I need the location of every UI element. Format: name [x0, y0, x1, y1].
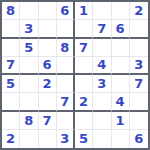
cell-r8c6[interactable] — [93, 130, 111, 148]
cell-r6c6[interactable] — [93, 93, 111, 111]
cell-r3c4[interactable]: 8 — [57, 39, 75, 57]
cell-r5c7[interactable] — [112, 75, 130, 93]
cell-r6c1[interactable] — [2, 93, 20, 111]
cell-r1c8[interactable]: 2 — [130, 2, 148, 20]
cell-r5c2[interactable] — [20, 75, 38, 93]
cell-r2c2[interactable]: 3 — [20, 20, 38, 38]
cell-r6c5[interactable]: 2 — [75, 93, 93, 111]
sudoku-board: 8612376587764352377248712356 — [0, 0, 150, 150]
cell-r4c2[interactable] — [20, 57, 38, 75]
cell-r4c1[interactable]: 7 — [2, 57, 20, 75]
cell-r3c7[interactable] — [112, 39, 130, 57]
cell-r6c3[interactable] — [39, 93, 57, 111]
cell-r3c3[interactable] — [39, 39, 57, 57]
cell-r1c2[interactable] — [20, 2, 38, 20]
cell-r7c4[interactable] — [57, 112, 75, 130]
cell-r4c4[interactable] — [57, 57, 75, 75]
cell-r1c6[interactable] — [93, 2, 111, 20]
cell-r4c3[interactable]: 6 — [39, 57, 57, 75]
cell-r1c3[interactable] — [39, 2, 57, 20]
cell-r8c1[interactable]: 2 — [2, 130, 20, 148]
cell-r7c3[interactable]: 7 — [39, 112, 57, 130]
cell-r3c8[interactable] — [130, 39, 148, 57]
cell-r2c8[interactable] — [130, 20, 148, 38]
cell-r8c7[interactable] — [112, 130, 130, 148]
cell-r4c7[interactable] — [112, 57, 130, 75]
cell-r2c5[interactable] — [75, 20, 93, 38]
cell-r5c5[interactable] — [75, 75, 93, 93]
cell-r5c1[interactable]: 5 — [2, 75, 20, 93]
cell-r7c8[interactable] — [130, 112, 148, 130]
cell-r2c1[interactable] — [2, 20, 20, 38]
cell-r6c2[interactable] — [20, 93, 38, 111]
cell-r8c8[interactable]: 6 — [130, 130, 148, 148]
cell-r1c7[interactable] — [112, 2, 130, 20]
cell-r7c1[interactable] — [2, 112, 20, 130]
cell-r6c7[interactable]: 4 — [112, 93, 130, 111]
cell-r7c2[interactable]: 8 — [20, 112, 38, 130]
cell-r8c2[interactable] — [20, 130, 38, 148]
cell-r5c8[interactable]: 7 — [130, 75, 148, 93]
cell-r5c3[interactable]: 2 — [39, 75, 57, 93]
cell-r8c3[interactable] — [39, 130, 57, 148]
cell-r7c5[interactable] — [75, 112, 93, 130]
cell-r5c4[interactable] — [57, 75, 75, 93]
cell-r4c5[interactable] — [75, 57, 93, 75]
cell-r2c3[interactable] — [39, 20, 57, 38]
cell-r3c6[interactable] — [93, 39, 111, 57]
cell-r4c6[interactable]: 4 — [93, 57, 111, 75]
cell-r3c5[interactable]: 7 — [75, 39, 93, 57]
cell-r3c2[interactable]: 5 — [20, 39, 38, 57]
cell-r6c8[interactable] — [130, 93, 148, 111]
cell-r8c4[interactable]: 3 — [57, 130, 75, 148]
cell-r5c6[interactable]: 3 — [93, 75, 111, 93]
cell-r2c7[interactable]: 6 — [112, 20, 130, 38]
cell-r6c4[interactable]: 7 — [57, 93, 75, 111]
cell-r1c4[interactable]: 6 — [57, 2, 75, 20]
cell-r1c1[interactable]: 8 — [2, 2, 20, 20]
cell-r3c1[interactable] — [2, 39, 20, 57]
cell-r1c5[interactable]: 1 — [75, 2, 93, 20]
cell-r8c5[interactable]: 5 — [75, 130, 93, 148]
cell-r7c6[interactable] — [93, 112, 111, 130]
cell-r2c6[interactable]: 7 — [93, 20, 111, 38]
cell-r4c8[interactable]: 3 — [130, 57, 148, 75]
cell-r2c4[interactable] — [57, 20, 75, 38]
cell-r7c7[interactable]: 1 — [112, 112, 130, 130]
